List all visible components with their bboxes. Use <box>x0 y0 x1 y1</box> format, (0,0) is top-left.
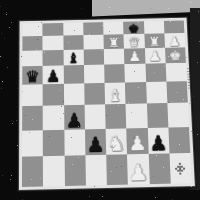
white-pawn-f2[interactable]: ♟ <box>128 134 147 155</box>
square-f1[interactable]: ♟ <box>127 154 149 184</box>
black-pawn-d2[interactable]: ♟ <box>86 135 105 156</box>
square-c2[interactable] <box>64 129 85 156</box>
square-e1[interactable] <box>106 155 128 185</box>
square-d3[interactable] <box>84 104 105 129</box>
square-a6[interactable] <box>22 50 42 67</box>
white-pawn-f6[interactable]: ♟ <box>128 51 141 65</box>
square-g1[interactable] <box>148 154 170 184</box>
square-d4[interactable] <box>84 83 105 105</box>
square-f5[interactable] <box>125 64 146 83</box>
square-e3[interactable] <box>105 104 126 129</box>
square-d8[interactable] <box>83 22 103 35</box>
square-d1[interactable] <box>85 155 107 185</box>
square-a7[interactable] <box>22 36 42 51</box>
square-c4[interactable] <box>63 84 84 106</box>
white-pawn-g6[interactable]: ♟ <box>148 50 161 64</box>
square-e6[interactable] <box>104 48 125 65</box>
white-knight-e2[interactable]: ♞ <box>107 135 126 156</box>
square-e5[interactable] <box>104 65 125 84</box>
square-h8[interactable] <box>164 20 185 33</box>
black-queen-a5[interactable]: ♛ <box>25 69 40 85</box>
black-pawn-b5[interactable]: ♟ <box>46 68 61 84</box>
white-pawn-h7[interactable]: ♟ <box>168 35 181 48</box>
square-f2[interactable]: ♟ <box>126 128 148 155</box>
square-b1[interactable] <box>43 156 64 186</box>
square-g3[interactable] <box>146 103 168 128</box>
square-e4[interactable]: ♝ <box>105 83 126 105</box>
square-g8[interactable] <box>143 21 164 34</box>
square-b5[interactable]: ♟ <box>43 66 64 85</box>
board-margin: ♚♜♛♜♟♝♟♟♚♛♟♝♟♟♞♟♟♟ <box>18 17 196 191</box>
square-h5[interactable] <box>165 63 186 82</box>
white-king-h6[interactable]: ♚ <box>169 50 183 64</box>
background-light-patch <box>92 0 200 16</box>
square-c6[interactable]: ♝ <box>63 49 84 66</box>
square-g6[interactable]: ♟ <box>144 47 165 64</box>
square-d5[interactable] <box>84 65 105 84</box>
square-f6[interactable]: ♟ <box>124 48 145 65</box>
black-bishop-c6[interactable]: ♝ <box>67 52 80 66</box>
square-b3[interactable] <box>43 105 64 130</box>
square-a2[interactable] <box>22 130 43 157</box>
square-d7[interactable] <box>83 35 104 50</box>
board-grid: ♚♜♛♜♟♝♟♟♚♛♟♝♟♟♞♟♟♟ <box>22 20 192 187</box>
square-b8[interactable] <box>43 23 63 36</box>
maker-edge-stamp-icon <box>187 68 190 90</box>
square-h2[interactable] <box>168 127 190 154</box>
square-h4[interactable] <box>166 81 188 103</box>
square-a1[interactable] <box>22 157 43 187</box>
chessboard: ♚♜♛♜♟♝♟♟♚♛♟♝♟♟♞♟♟♟ <box>18 17 196 191</box>
white-bishop-e4[interactable]: ♝ <box>107 87 123 104</box>
black-king-f8[interactable]: ♚ <box>128 22 139 34</box>
square-h7[interactable]: ♟ <box>164 33 185 48</box>
square-c7[interactable] <box>63 35 83 50</box>
square-c1[interactable] <box>64 156 86 186</box>
square-d6[interactable] <box>83 49 104 66</box>
square-h1[interactable] <box>169 153 191 183</box>
white-rook-e7[interactable]: ♜ <box>108 36 120 49</box>
square-f4[interactable] <box>125 82 146 104</box>
square-b6[interactable] <box>43 50 64 67</box>
square-e8[interactable] <box>103 22 124 35</box>
photo-background: ♚♜♛♜♟♝♟♟♚♛♟♝♟♟♞♟♟♟ <box>0 0 200 200</box>
square-g5[interactable] <box>145 64 166 83</box>
square-f3[interactable] <box>126 103 148 128</box>
square-a5[interactable]: ♛ <box>22 66 43 85</box>
white-pawn-f1[interactable]: ♟ <box>128 162 149 185</box>
white-queen-f7[interactable]: ♛ <box>128 35 140 48</box>
white-rook-g7[interactable]: ♜ <box>148 35 160 48</box>
square-h6[interactable]: ♚ <box>165 47 186 64</box>
square-b7[interactable] <box>43 35 63 50</box>
square-f7[interactable]: ♛ <box>124 34 145 49</box>
square-b4[interactable] <box>43 84 64 106</box>
square-g2[interactable]: ♟ <box>147 127 169 154</box>
square-c5[interactable] <box>63 65 84 84</box>
square-e2[interactable]: ♞ <box>106 128 128 155</box>
square-a8[interactable] <box>22 23 42 36</box>
square-d2[interactable]: ♟ <box>85 129 106 156</box>
square-c3[interactable]: ♟ <box>64 105 85 130</box>
square-a4[interactable] <box>22 84 43 106</box>
square-h3[interactable] <box>167 102 189 127</box>
black-pawn-g2[interactable]: ♟ <box>149 134 168 155</box>
square-f8[interactable]: ♚ <box>123 21 144 34</box>
square-g4[interactable] <box>146 82 167 104</box>
square-e7[interactable]: ♜ <box>103 34 124 49</box>
square-g7[interactable]: ♜ <box>144 33 165 48</box>
black-pawn-c3[interactable]: ♟ <box>65 110 83 129</box>
square-c8[interactable] <box>63 23 83 36</box>
maker-emblem-icon <box>179 167 181 169</box>
square-a3[interactable] <box>22 106 43 131</box>
square-b2[interactable] <box>43 129 64 156</box>
